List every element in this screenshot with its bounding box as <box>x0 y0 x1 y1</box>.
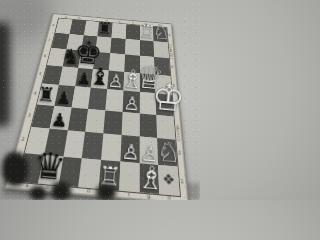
captured-piece-blob <box>51 182 71 200</box>
square-d4 <box>88 88 107 110</box>
square-h6 <box>154 57 170 76</box>
square-g6 <box>140 56 155 75</box>
chess-board: abcdefgh abcdefgh 87654321 87654321 CHAV… <box>4 13 190 200</box>
square-h1: ❖ <box>158 164 179 195</box>
square-d6 <box>93 52 110 70</box>
rank-label-6: 6 <box>43 54 47 58</box>
square-e3 <box>103 110 122 135</box>
square-f2: ♙ <box>120 135 139 163</box>
square-b6: ♞ <box>63 49 81 67</box>
rank-label-1: 1 <box>180 177 184 184</box>
square-e5: ♙ <box>107 70 124 90</box>
square-e6 <box>109 53 125 72</box>
square-c4 <box>71 86 91 108</box>
square-d5: ♝ <box>91 69 109 89</box>
square-f3 <box>121 112 139 137</box>
square-g5: ♕ <box>139 73 155 93</box>
board-grid: ♜♖♘♞♚♟♝♙♗♕♜♟♙♔♟♙♙♘♛♖♗❖ <box>17 18 179 195</box>
square-g4 <box>139 92 156 115</box>
square-g2: ♙ <box>139 136 158 164</box>
square-d3 <box>85 109 105 134</box>
rank-label-5: 5 <box>38 71 42 75</box>
square-e7 <box>110 37 125 54</box>
square-d7 <box>95 36 111 53</box>
square-h3 <box>156 115 175 140</box>
rank-label-8: 8 <box>52 23 55 26</box>
square-d8: ♜ <box>97 22 112 38</box>
square-e8 <box>112 23 127 39</box>
captured-piece-blob <box>96 185 116 200</box>
rank-label-2: 2 <box>178 150 182 156</box>
rank-label-7: 7 <box>48 38 52 42</box>
square-f6 <box>124 54 139 73</box>
square-f1 <box>119 161 139 192</box>
square-g8: ♖ <box>140 25 154 41</box>
captured-piece-blob <box>2 152 28 186</box>
rank-label-2: 2 <box>21 136 26 142</box>
square-g1: ♗ <box>139 163 159 194</box>
rank-label-4: 4 <box>174 103 177 108</box>
square-h7 <box>154 41 169 58</box>
square-h8: ♘ <box>153 27 168 43</box>
square-e2 <box>101 133 121 161</box>
rank-label-5: 5 <box>172 83 175 88</box>
square-d1 <box>78 158 101 189</box>
square-e4 <box>105 89 123 111</box>
rank-label-6: 6 <box>171 65 174 69</box>
square-h4: ♔ <box>156 93 174 116</box>
square-f7 <box>125 39 140 56</box>
square-d2 <box>82 132 103 160</box>
board-brand-text-2: FRANCE <box>175 124 181 142</box>
square-f5: ♗ <box>123 72 139 92</box>
square-f8 <box>126 24 140 40</box>
rank-label-4: 4 <box>33 91 37 96</box>
board-frame: abcdefgh abcdefgh 87654321 87654321 CHAV… <box>4 13 190 200</box>
corner-ornament-icon: ❖ <box>158 164 179 195</box>
white-piece-h8: ♘ <box>149 21 174 43</box>
square-b2 <box>44 129 67 156</box>
square-g7 <box>140 40 155 57</box>
rank-label-8: 8 <box>168 33 171 37</box>
captured-piece-blob <box>30 186 46 200</box>
square-f4: ♙ <box>122 91 139 113</box>
table-shadow-left-edge <box>0 22 10 127</box>
square-h5 <box>155 74 172 95</box>
square-h2: ♘ <box>157 138 177 166</box>
square-g3 <box>139 113 157 138</box>
rank-label-3: 3 <box>27 112 32 117</box>
